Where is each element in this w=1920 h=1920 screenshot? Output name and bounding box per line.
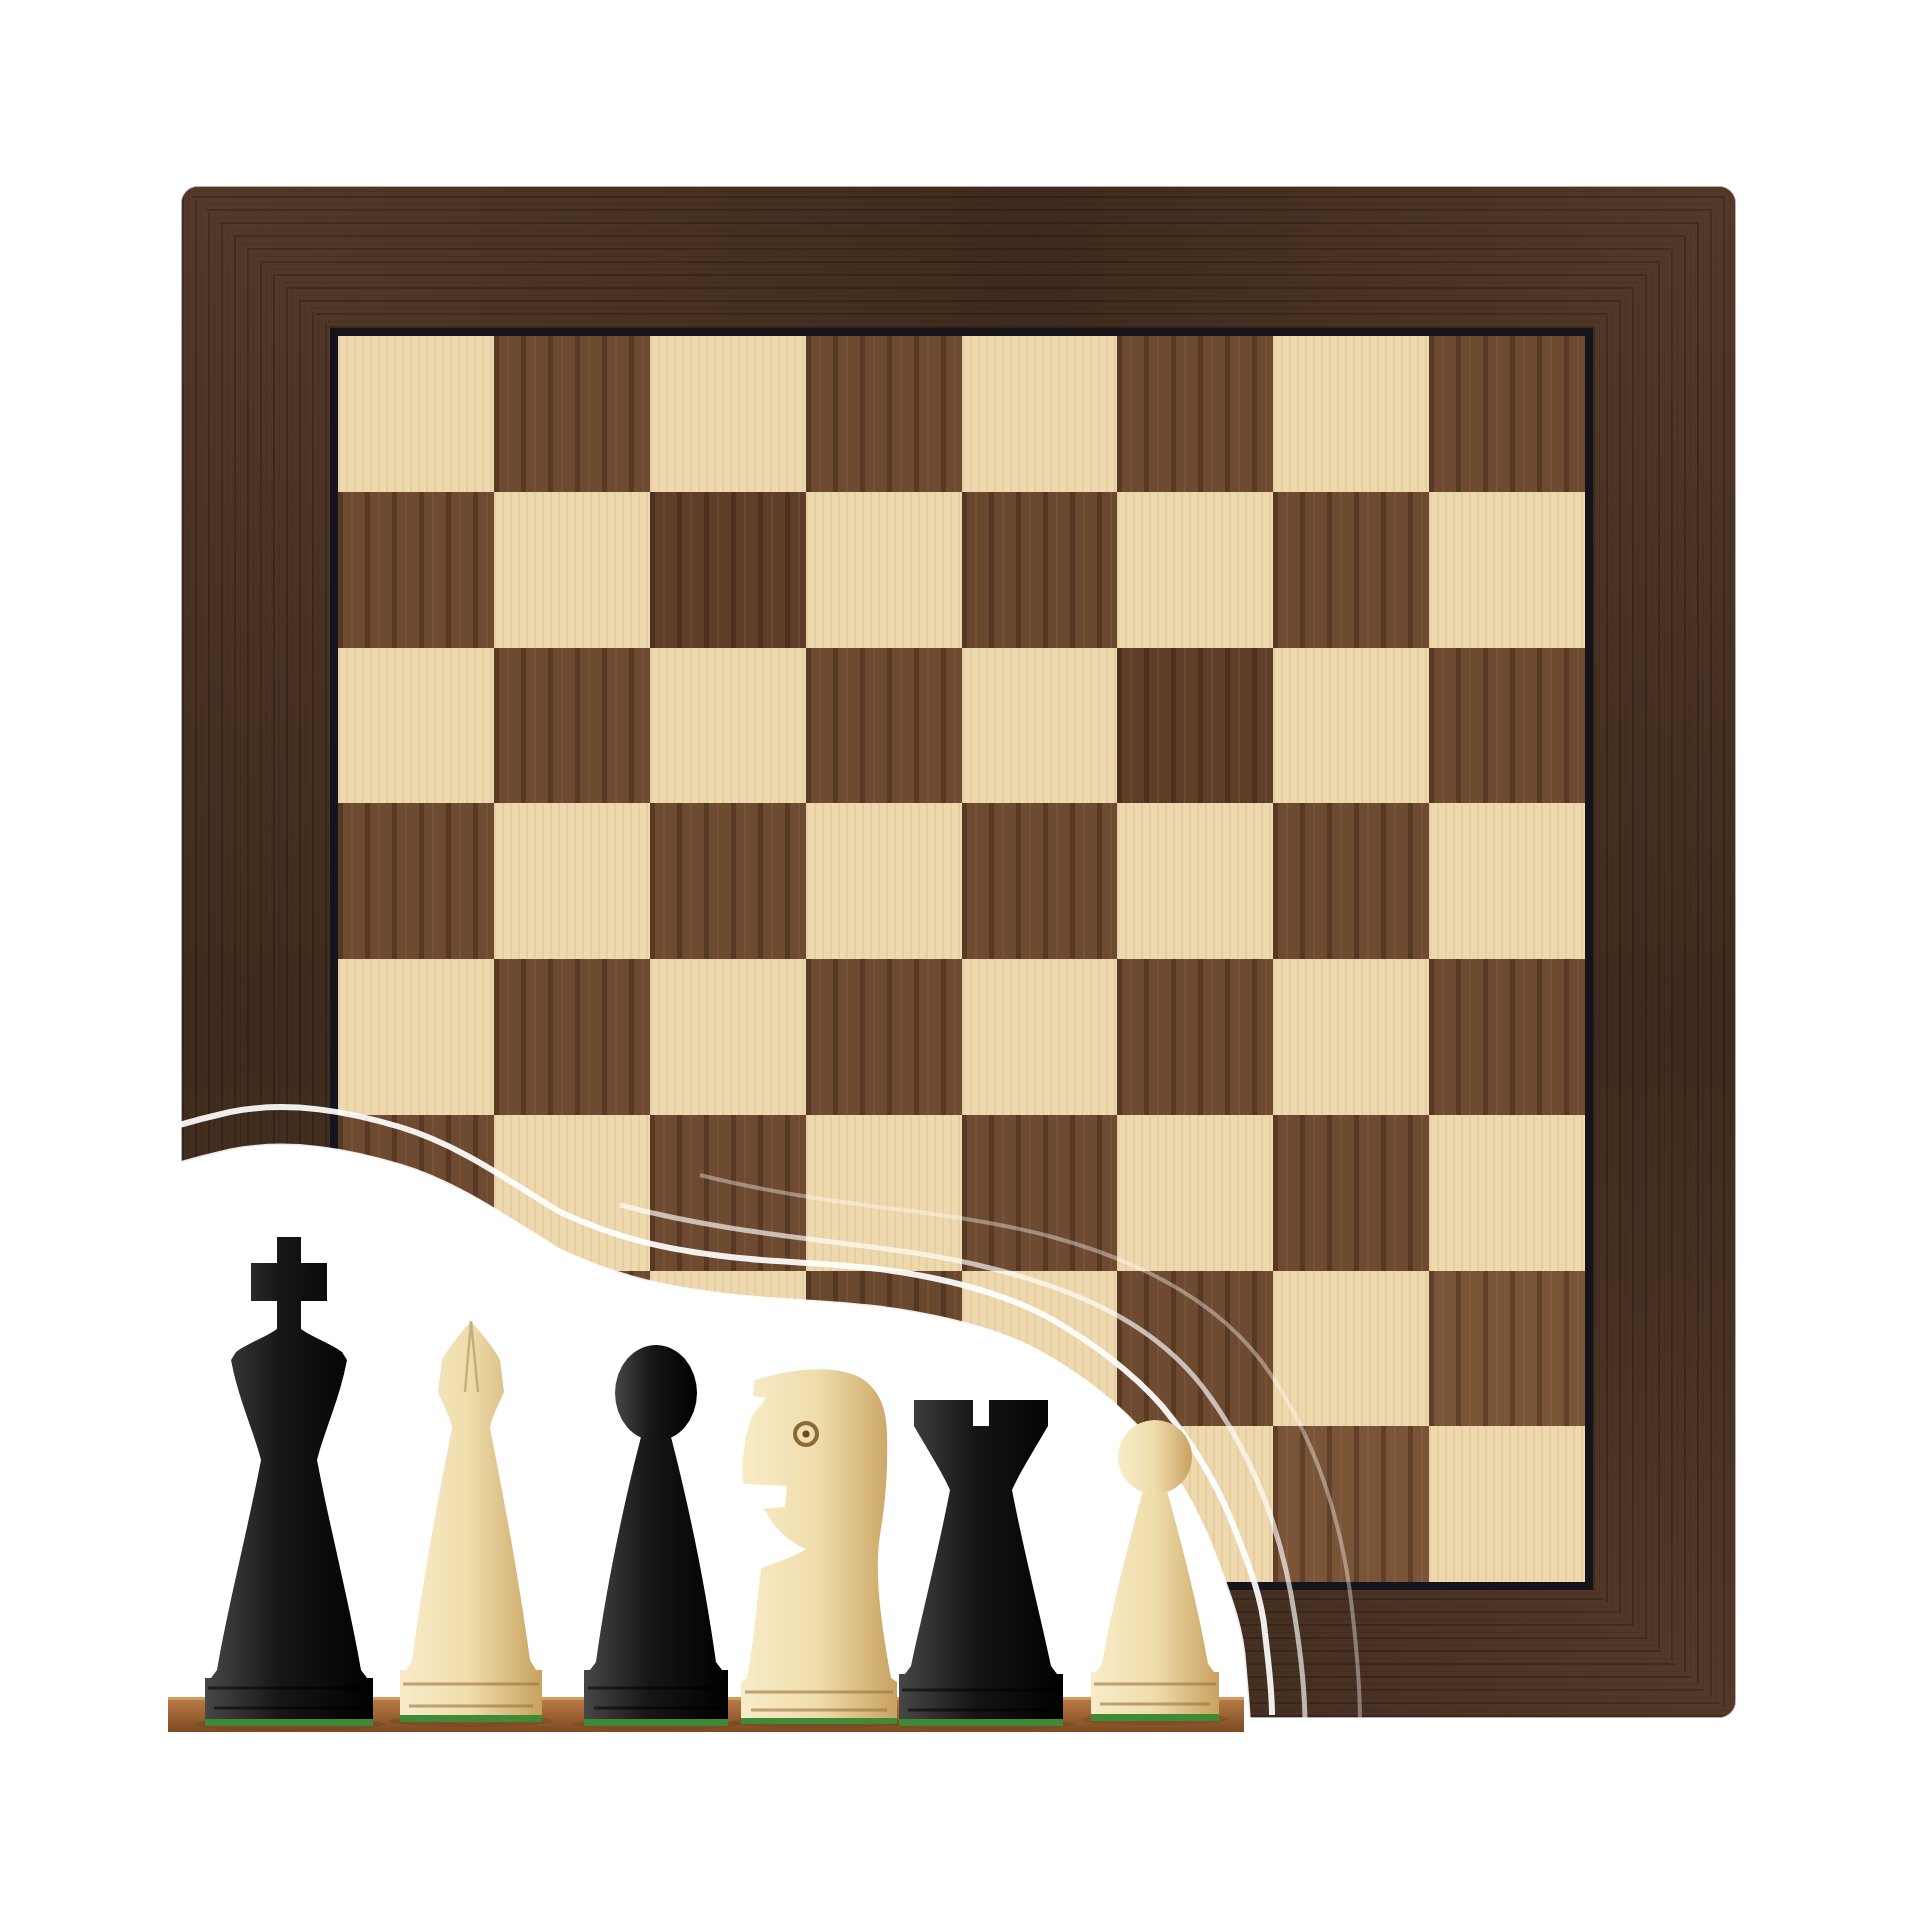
square-f4[interactable] (1117, 959, 1273, 1115)
square-f8[interactable] (1117, 336, 1273, 492)
square-c8[interactable] (650, 336, 806, 492)
square-a8[interactable] (338, 336, 494, 492)
square-b1[interactable] (494, 1426, 650, 1582)
square-a5[interactable] (338, 803, 494, 959)
square-h1[interactable] (1429, 1426, 1585, 1582)
square-e3[interactable] (962, 1115, 1118, 1271)
square-h6[interactable] (1429, 648, 1585, 804)
square-d5[interactable] (806, 803, 962, 959)
product-photo-stage: Product photo: walnut and maple wooden c… (0, 0, 1920, 1920)
walnut-frame-right (1593, 187, 1735, 1717)
square-h5[interactable] (1429, 803, 1585, 959)
square-a4[interactable] (338, 959, 494, 1115)
square-c5[interactable] (650, 803, 806, 959)
square-g6[interactable] (1273, 648, 1429, 804)
square-f2[interactable] (1117, 1271, 1273, 1427)
square-d7[interactable] (806, 492, 962, 648)
square-e4[interactable] (962, 959, 1118, 1115)
square-c6[interactable] (650, 648, 806, 804)
chess-board (182, 187, 1735, 1717)
square-e2[interactable] (962, 1271, 1118, 1427)
square-e6[interactable] (962, 648, 1118, 804)
square-c4[interactable] (650, 959, 806, 1115)
square-b8[interactable] (494, 336, 650, 492)
square-d3[interactable] (806, 1115, 962, 1271)
square-b3[interactable] (494, 1115, 650, 1271)
square-g8[interactable] (1273, 336, 1429, 492)
square-h8[interactable] (1429, 336, 1585, 492)
square-f1[interactable] (1117, 1426, 1273, 1582)
square-c1[interactable] (650, 1426, 806, 1582)
square-d4[interactable] (806, 959, 962, 1115)
square-e5[interactable] (962, 803, 1118, 959)
square-d1[interactable] (806, 1426, 962, 1582)
square-f5[interactable] (1117, 803, 1273, 959)
square-h3[interactable] (1429, 1115, 1585, 1271)
square-h2[interactable] (1429, 1271, 1585, 1427)
square-a6[interactable] (338, 648, 494, 804)
knight-felt (741, 1718, 897, 1724)
walnut-frame-left (182, 187, 330, 1717)
squares-grid (338, 336, 1585, 1582)
square-d2[interactable] (806, 1271, 962, 1427)
rook-felt (899, 1719, 1063, 1726)
square-b2[interactable] (494, 1271, 650, 1427)
square-d6[interactable] (806, 648, 962, 804)
bishop-felt (584, 1719, 728, 1726)
square-g4[interactable] (1273, 959, 1429, 1115)
square-h7[interactable] (1429, 492, 1585, 648)
square-b4[interactable] (494, 959, 650, 1115)
square-b5[interactable] (494, 803, 650, 959)
square-g3[interactable] (1273, 1115, 1429, 1271)
square-e1[interactable] (962, 1426, 1118, 1582)
walnut-frame-top (182, 187, 1735, 328)
square-g1[interactable] (1273, 1426, 1429, 1582)
square-a3[interactable] (338, 1115, 494, 1271)
square-f7[interactable] (1117, 492, 1273, 648)
square-a7[interactable] (338, 492, 494, 648)
square-a2[interactable] (338, 1271, 494, 1427)
square-g7[interactable] (1273, 492, 1429, 648)
square-c7[interactable] (650, 492, 806, 648)
square-e7[interactable] (962, 492, 1118, 648)
black-inlay-border (330, 328, 1593, 1590)
square-c2[interactable] (650, 1271, 806, 1427)
square-b7[interactable] (494, 492, 650, 648)
square-c3[interactable] (650, 1115, 806, 1271)
square-a1[interactable] (338, 1426, 494, 1582)
square-g5[interactable] (1273, 803, 1429, 959)
square-f6[interactable] (1117, 648, 1273, 804)
square-g2[interactable] (1273, 1271, 1429, 1427)
square-d8[interactable] (806, 336, 962, 492)
king-felt (205, 1719, 373, 1726)
square-b6[interactable] (494, 648, 650, 804)
walnut-frame-bottom (182, 1590, 1735, 1717)
square-e8[interactable] (962, 336, 1118, 492)
square-h4[interactable] (1429, 959, 1585, 1115)
square-f3[interactable] (1117, 1115, 1273, 1271)
